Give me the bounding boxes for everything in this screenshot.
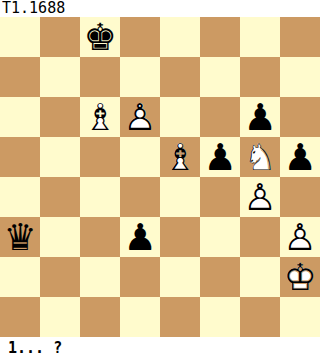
- square-e4[interactable]: [160, 177, 200, 217]
- puzzle-title: T1.1688: [0, 0, 320, 17]
- square-d6[interactable]: ♟♙: [120, 97, 160, 137]
- square-f7[interactable]: [200, 57, 240, 97]
- square-g3[interactable]: [240, 217, 280, 257]
- square-d8[interactable]: [120, 17, 160, 57]
- square-b1[interactable]: [40, 297, 80, 337]
- square-b5[interactable]: [40, 137, 80, 177]
- square-c4[interactable]: [80, 177, 120, 217]
- square-h4[interactable]: [280, 177, 320, 217]
- square-f2[interactable]: [200, 257, 240, 297]
- square-g8[interactable]: [240, 17, 280, 57]
- square-h6[interactable]: [280, 97, 320, 137]
- square-c8[interactable]: ♚: [80, 17, 120, 57]
- black-pawn: ♟: [120, 217, 160, 257]
- square-e8[interactable]: [160, 17, 200, 57]
- square-g2[interactable]: [240, 257, 280, 297]
- square-e7[interactable]: [160, 57, 200, 97]
- white-bishop-fill: ♝: [80, 97, 120, 137]
- square-e6[interactable]: [160, 97, 200, 137]
- square-b7[interactable]: [40, 57, 80, 97]
- black-queen: ♛: [0, 217, 40, 257]
- square-a3[interactable]: ♛: [0, 217, 40, 257]
- square-a2[interactable]: [0, 257, 40, 297]
- white-pawn-fill: ♟: [120, 97, 160, 137]
- chess-puzzle-window: T1.1688 ♚♝♗♟♙♟♝♗♟♞♘♟♟♙♛♟♟♙♚♔ 1... ?: [0, 0, 320, 360]
- white-king-fill: ♚: [280, 257, 320, 297]
- square-g1[interactable]: [240, 297, 280, 337]
- square-e5[interactable]: ♝♗: [160, 137, 200, 177]
- black-pawn: ♟: [200, 137, 240, 177]
- white-pawn-fill: ♟: [280, 217, 320, 257]
- white-pawn-fill: ♟: [240, 177, 280, 217]
- black-pawn: ♟: [240, 97, 280, 137]
- square-f5[interactable]: ♟: [200, 137, 240, 177]
- square-f4[interactable]: [200, 177, 240, 217]
- square-a1[interactable]: [0, 297, 40, 337]
- white-pawn: ♙: [120, 97, 160, 137]
- square-f1[interactable]: [200, 297, 240, 337]
- square-f8[interactable]: [200, 17, 240, 57]
- square-d4[interactable]: [120, 177, 160, 217]
- square-g6[interactable]: ♟: [240, 97, 280, 137]
- square-e2[interactable]: [160, 257, 200, 297]
- square-c2[interactable]: [80, 257, 120, 297]
- white-knight-fill: ♞: [240, 137, 280, 177]
- black-pawn: ♟: [280, 137, 320, 177]
- square-f3[interactable]: [200, 217, 240, 257]
- white-knight: ♘: [240, 137, 280, 177]
- square-e3[interactable]: [160, 217, 200, 257]
- square-b2[interactable]: [40, 257, 80, 297]
- square-c7[interactable]: [80, 57, 120, 97]
- white-bishop-fill: ♝: [160, 137, 200, 177]
- square-h7[interactable]: [280, 57, 320, 97]
- square-a5[interactable]: [0, 137, 40, 177]
- square-h3[interactable]: ♟♙: [280, 217, 320, 257]
- square-d5[interactable]: [120, 137, 160, 177]
- square-h1[interactable]: [280, 297, 320, 337]
- move-prompt: 1... ?: [0, 337, 320, 360]
- square-h8[interactable]: [280, 17, 320, 57]
- square-a7[interactable]: [0, 57, 40, 97]
- square-d3[interactable]: ♟: [120, 217, 160, 257]
- white-pawn: ♙: [280, 217, 320, 257]
- square-c1[interactable]: [80, 297, 120, 337]
- square-a4[interactable]: [0, 177, 40, 217]
- square-c5[interactable]: [80, 137, 120, 177]
- square-g4[interactable]: ♟♙: [240, 177, 280, 217]
- square-b3[interactable]: [40, 217, 80, 257]
- square-b8[interactable]: [40, 17, 80, 57]
- white-bishop: ♗: [80, 97, 120, 137]
- square-a8[interactable]: [0, 17, 40, 57]
- square-b4[interactable]: [40, 177, 80, 217]
- square-d2[interactable]: [120, 257, 160, 297]
- square-g7[interactable]: [240, 57, 280, 97]
- white-pawn: ♙: [240, 177, 280, 217]
- square-d7[interactable]: [120, 57, 160, 97]
- white-king: ♔: [280, 257, 320, 297]
- square-h2[interactable]: ♚♔: [280, 257, 320, 297]
- square-c6[interactable]: ♝♗: [80, 97, 120, 137]
- square-c3[interactable]: [80, 217, 120, 257]
- square-g5[interactable]: ♞♘: [240, 137, 280, 177]
- square-b6[interactable]: [40, 97, 80, 137]
- square-f6[interactable]: [200, 97, 240, 137]
- square-e1[interactable]: [160, 297, 200, 337]
- white-bishop: ♗: [160, 137, 200, 177]
- black-king: ♚: [80, 17, 120, 57]
- square-h5[interactable]: ♟: [280, 137, 320, 177]
- square-d1[interactable]: [120, 297, 160, 337]
- square-a6[interactable]: [0, 97, 40, 137]
- chess-board: ♚♝♗♟♙♟♝♗♟♞♘♟♟♙♛♟♟♙♚♔: [0, 17, 320, 337]
